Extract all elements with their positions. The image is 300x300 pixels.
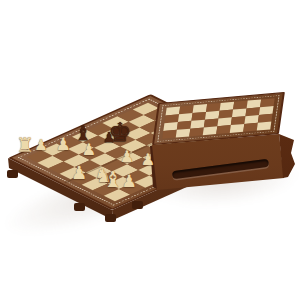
board-foot <box>105 214 116 222</box>
chess-set-product-photo: ♜♟♟♟♟♞♟♟♝♟♝♟♚ <box>0 0 300 300</box>
carry-handle-groove <box>172 159 269 180</box>
board-foot <box>132 201 143 209</box>
board-foot <box>7 170 18 178</box>
board-square <box>257 122 272 131</box>
board-foot <box>74 203 85 211</box>
